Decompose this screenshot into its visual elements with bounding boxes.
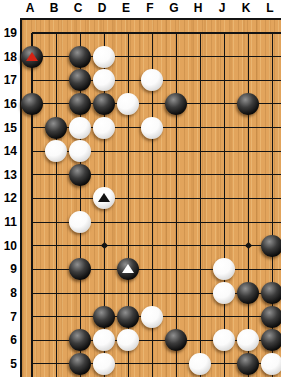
triangle-marker-A18 bbox=[26, 52, 38, 61]
white-stone-D18[interactable] bbox=[93, 46, 115, 68]
row-label-10: 10 bbox=[0, 237, 17, 255]
black-stone-L6[interactable] bbox=[261, 329, 281, 351]
go-board[interactable] bbox=[20, 18, 281, 377]
column-label-E: E bbox=[114, 0, 138, 17]
star-point-D10 bbox=[100, 242, 107, 249]
star-point-K10 bbox=[244, 242, 251, 249]
black-stone-A16[interactable] bbox=[21, 93, 43, 115]
white-stone-J9[interactable] bbox=[213, 258, 235, 280]
column-label-H: H bbox=[186, 0, 210, 17]
white-stone-J6[interactable] bbox=[213, 329, 235, 351]
black-stone-L7[interactable] bbox=[261, 306, 281, 328]
grid-line-col-G bbox=[176, 33, 177, 377]
white-stone-C15[interactable] bbox=[69, 117, 91, 139]
column-label-C: C bbox=[66, 0, 90, 17]
grid-line-col-K bbox=[248, 33, 249, 377]
row-label-6: 6 bbox=[0, 331, 17, 349]
black-stone-L10[interactable] bbox=[261, 235, 281, 257]
grid-line-row-10 bbox=[32, 245, 281, 246]
white-stone-F15[interactable] bbox=[141, 117, 163, 139]
grid-line-col-A bbox=[31, 33, 33, 377]
column-label-F: F bbox=[138, 0, 162, 17]
white-stone-F7[interactable] bbox=[141, 306, 163, 328]
black-stone-A18[interactable] bbox=[21, 46, 43, 68]
row-label-12: 12 bbox=[0, 189, 17, 207]
black-stone-C17[interactable] bbox=[69, 69, 91, 91]
row-label-9: 9 bbox=[0, 260, 17, 278]
black-stone-K5[interactable] bbox=[237, 353, 259, 375]
column-label-L: L bbox=[258, 0, 281, 17]
white-stone-J8[interactable] bbox=[213, 282, 235, 304]
white-stone-E6[interactable] bbox=[117, 329, 139, 351]
row-label-7: 7 bbox=[0, 308, 17, 326]
column-label-K: K bbox=[234, 0, 258, 17]
black-stone-C16[interactable] bbox=[69, 93, 91, 115]
white-stone-C11[interactable] bbox=[69, 211, 91, 233]
row-label-19: 19 bbox=[0, 24, 17, 42]
row-label-15: 15 bbox=[0, 119, 17, 137]
black-stone-K8[interactable] bbox=[237, 282, 259, 304]
row-label-11: 11 bbox=[0, 213, 17, 231]
black-stone-C13[interactable] bbox=[69, 164, 91, 186]
white-stone-F17[interactable] bbox=[141, 69, 163, 91]
row-label-18: 18 bbox=[0, 48, 17, 66]
column-label-D: D bbox=[90, 0, 114, 17]
white-stone-B14[interactable] bbox=[45, 140, 67, 162]
black-stone-G6[interactable] bbox=[165, 329, 187, 351]
black-stone-L8[interactable] bbox=[261, 282, 281, 304]
black-stone-C9[interactable] bbox=[69, 258, 91, 280]
white-stone-D6[interactable] bbox=[93, 329, 115, 351]
black-stone-E9[interactable] bbox=[117, 258, 139, 280]
white-stone-D12[interactable] bbox=[93, 187, 115, 209]
column-label-J: J bbox=[210, 0, 234, 17]
row-label-5: 5 bbox=[0, 355, 17, 373]
black-stone-E7[interactable] bbox=[117, 306, 139, 328]
row-label-14: 14 bbox=[0, 142, 17, 160]
grid-line-col-H bbox=[200, 33, 201, 377]
white-stone-H5[interactable] bbox=[189, 353, 211, 375]
black-stone-D7[interactable] bbox=[93, 306, 115, 328]
white-stone-D5[interactable] bbox=[93, 353, 115, 375]
grid-line-row-19 bbox=[32, 32, 281, 34]
white-stone-D17[interactable] bbox=[93, 69, 115, 91]
white-stone-D15[interactable] bbox=[93, 117, 115, 139]
grid-line-col-J bbox=[224, 33, 225, 377]
column-label-G: G bbox=[162, 0, 186, 17]
white-stone-L5[interactable] bbox=[261, 353, 281, 375]
grid-line-col-B bbox=[56, 33, 57, 377]
column-label-A: A bbox=[18, 0, 42, 17]
row-label-16: 16 bbox=[0, 95, 17, 113]
black-stone-G16[interactable] bbox=[165, 93, 187, 115]
row-label-13: 13 bbox=[0, 166, 17, 184]
grid-line-row-12 bbox=[32, 198, 281, 199]
row-label-17: 17 bbox=[0, 71, 17, 89]
black-stone-K16[interactable] bbox=[237, 93, 259, 115]
black-stone-C6[interactable] bbox=[69, 329, 91, 351]
white-stone-E16[interactable] bbox=[117, 93, 139, 115]
white-stone-K6[interactable] bbox=[237, 329, 259, 351]
black-stone-C18[interactable] bbox=[69, 46, 91, 68]
white-stone-C14[interactable] bbox=[69, 140, 91, 162]
go-diagram: ABCDEFGHJKL 1918171615141312111098765 bbox=[0, 0, 281, 377]
triangle-marker-D12 bbox=[98, 193, 110, 202]
black-stone-D16[interactable] bbox=[93, 93, 115, 115]
black-stone-C5[interactable] bbox=[69, 353, 91, 375]
row-label-8: 8 bbox=[0, 284, 17, 302]
column-label-B: B bbox=[42, 0, 66, 17]
triangle-marker-E9 bbox=[122, 264, 134, 273]
black-stone-B15[interactable] bbox=[45, 117, 67, 139]
